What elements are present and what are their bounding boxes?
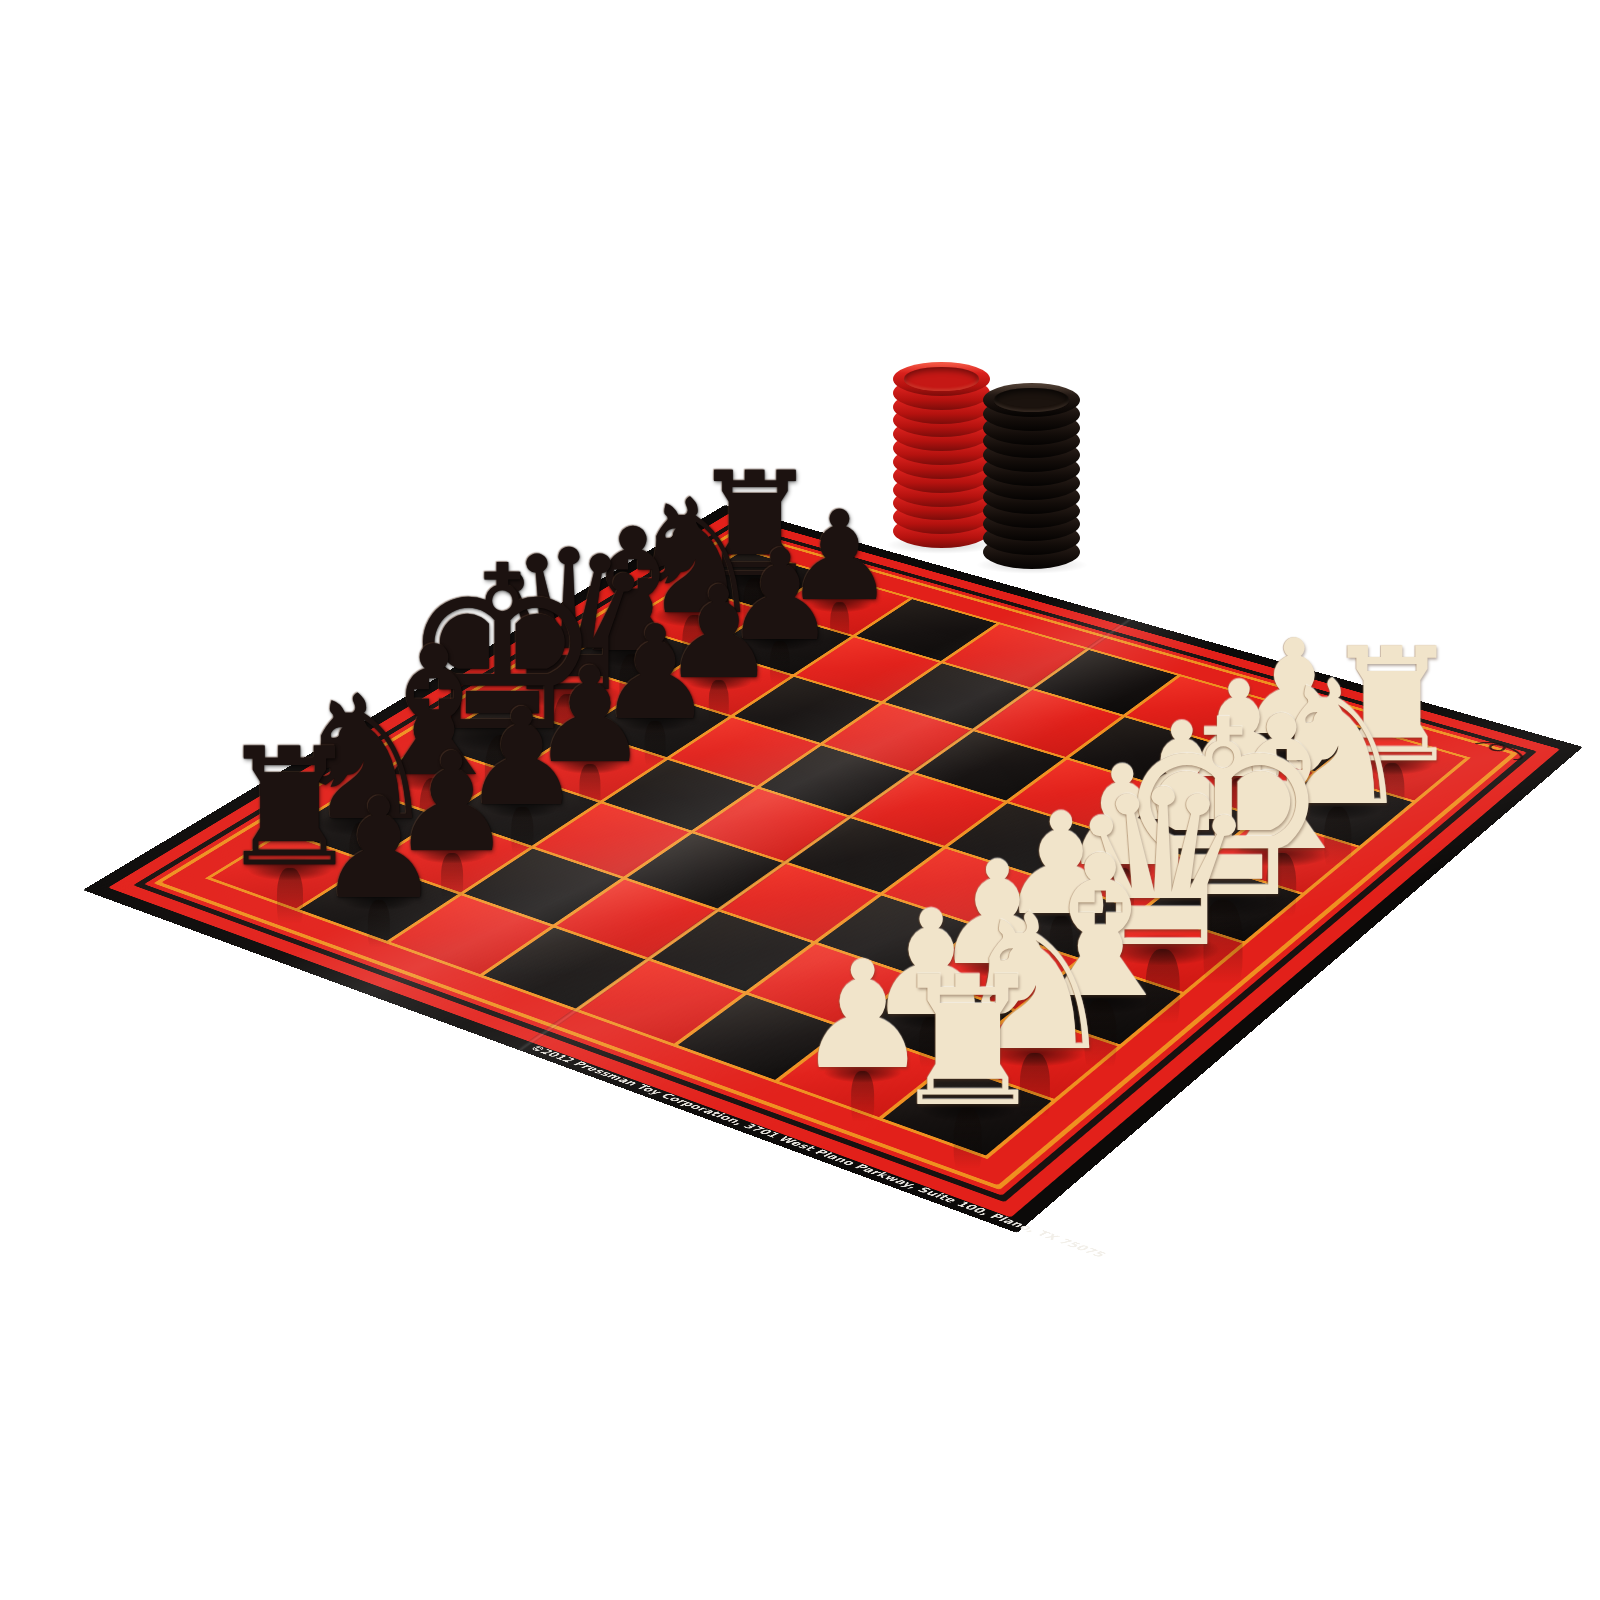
product-photo-scene: ©2012 Pressman Toy Corporation, 3701 Wes… (0, 0, 1600, 1600)
red-checkers-stack (893, 362, 990, 548)
checker-top-face (994, 388, 1070, 411)
black-checker (983, 383, 1080, 417)
black-checkers-stack (983, 383, 1080, 569)
chess-checkers-board: ©2012 Pressman Toy Corporation, 3701 Wes… (83, 505, 1583, 1233)
playing-grid (205, 548, 1471, 1159)
red-checker (893, 362, 990, 396)
checker-top-face (904, 367, 980, 390)
